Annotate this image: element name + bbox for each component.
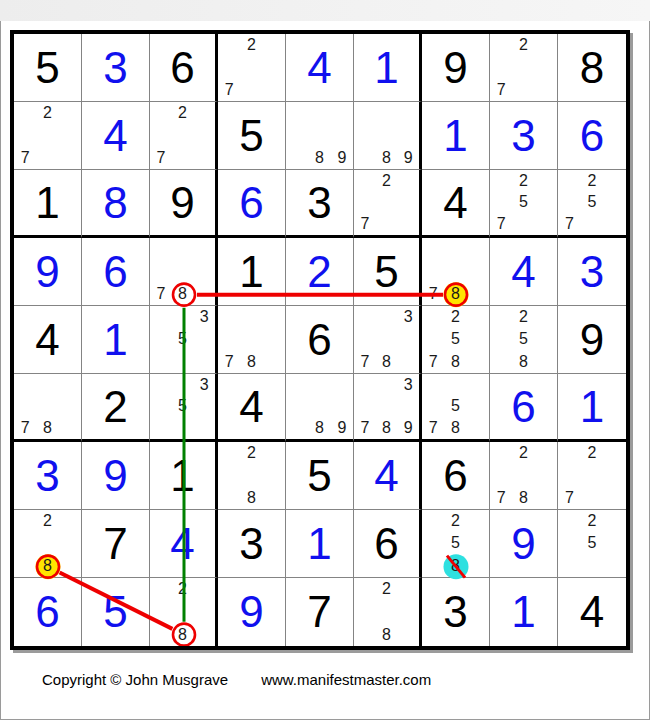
candidate-marks: 27 bbox=[218, 34, 285, 101]
solved-digit: 8 bbox=[82, 170, 149, 235]
candidate-2: 2 bbox=[512, 170, 534, 192]
cell-r5c2[interactable]: 1 bbox=[82, 306, 150, 374]
solved-digit: 1 bbox=[422, 102, 489, 169]
candidate-marks: 28 bbox=[354, 578, 419, 646]
cell-r7c8[interactable]: 278 bbox=[490, 442, 558, 510]
candidate-8: 8 bbox=[376, 147, 398, 169]
candidate-marks: 89 bbox=[354, 102, 419, 169]
cell-r4c6[interactable]: 5 bbox=[354, 238, 422, 306]
cell-r3c3[interactable]: 9 bbox=[150, 170, 218, 238]
candidate-marks: 378 bbox=[354, 306, 419, 373]
candidate-2: 2 bbox=[240, 34, 262, 56]
solved-digit: 4 bbox=[82, 102, 149, 169]
cell-r1c1[interactable]: 5 bbox=[14, 34, 82, 102]
candidate-8: 8 bbox=[376, 417, 398, 439]
candidate-9: 9 bbox=[397, 417, 419, 439]
app-window: 5362741927827427589891361896327425725796… bbox=[0, 0, 650, 720]
candidate-7: 7 bbox=[150, 147, 172, 169]
cell-r4c2[interactable]: 6 bbox=[82, 238, 150, 306]
cell-r2c2[interactable]: 4 bbox=[82, 102, 150, 170]
cell-r2c8[interactable]: 3 bbox=[490, 102, 558, 170]
given-digit: 5 bbox=[354, 238, 419, 305]
cell-r4c8[interactable]: 4 bbox=[490, 238, 558, 306]
solved-digit: 9 bbox=[490, 510, 557, 577]
cell-r1c7[interactable]: 9 bbox=[422, 34, 490, 102]
cell-r5c9[interactable]: 9 bbox=[558, 306, 626, 374]
candidate-9: 9 bbox=[331, 147, 353, 169]
candidate-7: 7 bbox=[14, 417, 36, 439]
cell-r8c5[interactable]: 1 bbox=[286, 510, 354, 578]
cell-r6c2[interactable]: 2 bbox=[82, 374, 150, 442]
given-digit: 3 bbox=[218, 510, 285, 577]
solved-digit: 3 bbox=[82, 34, 149, 101]
cell-r6c4[interactable]: 4 bbox=[218, 374, 286, 442]
cell-r4c9[interactable]: 3 bbox=[558, 238, 626, 306]
given-digit: 6 bbox=[286, 306, 353, 373]
candidate-8: 8 bbox=[308, 417, 330, 439]
cell-r2c1[interactable]: 27 bbox=[14, 102, 82, 170]
candidate-marks: 78 bbox=[14, 374, 81, 439]
candidate-5: 5 bbox=[512, 328, 534, 350]
candidate-7: 7 bbox=[218, 351, 240, 373]
cell-r9c9[interactable]: 4 bbox=[558, 578, 626, 646]
solved-digit: 1 bbox=[286, 510, 353, 577]
solved-digit: 3 bbox=[558, 238, 626, 305]
given-digit: 7 bbox=[286, 578, 353, 646]
solved-digit: 9 bbox=[218, 578, 285, 646]
candidate-7: 7 bbox=[354, 351, 376, 373]
cell-r2c5[interactable]: 89 bbox=[286, 102, 354, 170]
candidate-7: 7 bbox=[490, 79, 512, 101]
given-digit: 1 bbox=[14, 170, 81, 235]
candidate-marks: 78 bbox=[218, 306, 285, 373]
candidate-marks: 578 bbox=[422, 374, 489, 439]
solved-digit: 9 bbox=[82, 442, 149, 509]
cell-r8c2[interactable]: 7 bbox=[82, 510, 150, 578]
candidate-marks: 258 bbox=[422, 510, 489, 577]
candidate-5: 5 bbox=[444, 396, 466, 418]
cell-r8c3[interactable]: 4 bbox=[150, 510, 218, 578]
cell-r1c9[interactable]: 8 bbox=[558, 34, 626, 102]
candidate-marks: 27 bbox=[14, 102, 81, 169]
given-digit: 5 bbox=[286, 442, 353, 509]
cell-r2c6[interactable]: 89 bbox=[354, 102, 422, 170]
solved-digit: 4 bbox=[150, 510, 215, 577]
cell-r6c1[interactable]: 78 bbox=[14, 374, 82, 442]
window-chrome-bar bbox=[0, 0, 650, 21]
candidate-7: 7 bbox=[490, 213, 512, 235]
candidate-marks: 258 bbox=[490, 306, 557, 373]
candidate-7: 7 bbox=[218, 79, 240, 101]
candidate-marks: 28 bbox=[218, 442, 285, 509]
solved-digit: 3 bbox=[14, 442, 81, 509]
candidate-8: 8 bbox=[172, 623, 194, 646]
candidate-8: 8 bbox=[36, 555, 58, 577]
cell-r7c9[interactable]: 27 bbox=[558, 442, 626, 510]
candidate-7: 7 bbox=[422, 283, 444, 305]
solved-digit: 6 bbox=[14, 578, 81, 646]
cell-r9c3[interactable]: 28 bbox=[150, 578, 218, 646]
candidate-marks: 89 bbox=[286, 374, 353, 439]
candidate-marks: 25 bbox=[558, 510, 626, 577]
candidate-marks: 27 bbox=[150, 102, 215, 169]
cell-r5c8[interactable]: 258 bbox=[490, 306, 558, 374]
candidate-marks: 78 bbox=[150, 238, 215, 305]
candidate-2: 2 bbox=[512, 34, 534, 56]
candidate-8: 8 bbox=[444, 417, 466, 439]
candidate-7: 7 bbox=[150, 283, 172, 305]
cell-r7c7[interactable]: 6 bbox=[422, 442, 490, 510]
cell-r3c2[interactable]: 8 bbox=[82, 170, 150, 238]
candidate-2: 2 bbox=[581, 442, 604, 464]
candidate-2: 2 bbox=[376, 578, 398, 601]
cell-r3c1[interactable]: 1 bbox=[14, 170, 82, 238]
candidate-2: 2 bbox=[444, 510, 466, 532]
cell-r1c2[interactable]: 3 bbox=[82, 34, 150, 102]
given-digit: 2 bbox=[82, 374, 149, 439]
cell-r3c6[interactable]: 27 bbox=[354, 170, 422, 238]
candidate-8: 8 bbox=[376, 351, 398, 373]
cell-r1c3[interactable]: 6 bbox=[150, 34, 218, 102]
candidate-7: 7 bbox=[558, 213, 581, 235]
candidate-3: 3 bbox=[193, 374, 215, 396]
sudoku-board: 5362741927827427589891361896327425725796… bbox=[10, 30, 630, 650]
cell-r7c6[interactable]: 4 bbox=[354, 442, 422, 510]
candidate-marks: 3789 bbox=[354, 374, 419, 439]
candidate-7: 7 bbox=[422, 417, 444, 439]
cell-r7c2[interactable]: 9 bbox=[82, 442, 150, 510]
cell-r3c5[interactable]: 3 bbox=[286, 170, 354, 238]
cell-r6c7[interactable]: 578 bbox=[422, 374, 490, 442]
cell-r3c7[interactable]: 4 bbox=[422, 170, 490, 238]
footer: Copyright © John Musgrave www.manifestma… bbox=[42, 671, 431, 688]
cell-r2c9[interactable]: 6 bbox=[558, 102, 626, 170]
footer-copyright: Copyright © John Musgrave bbox=[42, 671, 228, 688]
given-digit: 7 bbox=[82, 510, 149, 577]
candidate-8: 8 bbox=[240, 487, 262, 509]
candidate-5: 5 bbox=[581, 532, 604, 554]
given-digit: 6 bbox=[354, 510, 419, 577]
candidate-3: 3 bbox=[397, 374, 419, 396]
given-digit: 4 bbox=[14, 306, 81, 373]
cell-r9c5[interactable]: 7 bbox=[286, 578, 354, 646]
candidate-8: 8 bbox=[376, 623, 398, 646]
candidate-marks: 89 bbox=[286, 102, 353, 169]
given-digit: 6 bbox=[422, 442, 489, 509]
solved-digit: 1 bbox=[354, 34, 419, 101]
candidate-2: 2 bbox=[36, 510, 58, 532]
candidate-8: 8 bbox=[172, 283, 194, 305]
candidate-marks: 257 bbox=[558, 170, 626, 235]
cell-r9c1[interactable]: 6 bbox=[14, 578, 82, 646]
solved-digit: 6 bbox=[558, 102, 626, 169]
cell-r9c4[interactable]: 9 bbox=[218, 578, 286, 646]
given-digit: 4 bbox=[218, 374, 285, 439]
solved-digit: 4 bbox=[354, 442, 419, 509]
given-digit: 1 bbox=[150, 442, 215, 509]
candidate-8: 8 bbox=[36, 417, 58, 439]
cell-r8c4[interactable]: 3 bbox=[218, 510, 286, 578]
given-digit: 9 bbox=[422, 34, 489, 101]
solved-digit: 6 bbox=[490, 374, 557, 439]
cell-r8c6[interactable]: 6 bbox=[354, 510, 422, 578]
candidate-7: 7 bbox=[558, 487, 581, 509]
candidate-7: 7 bbox=[14, 147, 36, 169]
candidate-marks: 27 bbox=[558, 442, 626, 509]
cell-r5c4[interactable]: 78 bbox=[218, 306, 286, 374]
given-digit: 9 bbox=[150, 170, 215, 235]
cell-r4c3[interactable]: 78 bbox=[150, 238, 218, 306]
solved-digit: 1 bbox=[558, 374, 626, 439]
solved-digit: 3 bbox=[490, 102, 557, 169]
candidate-marks: 2578 bbox=[422, 306, 489, 373]
cell-r7c1[interactable]: 3 bbox=[14, 442, 82, 510]
cell-r9c6[interactable]: 28 bbox=[354, 578, 422, 646]
cell-r1c5[interactable]: 4 bbox=[286, 34, 354, 102]
cell-r4c7[interactable]: 78 bbox=[422, 238, 490, 306]
footer-website: www.manifestmaster.com bbox=[261, 671, 431, 688]
candidate-5: 5 bbox=[172, 396, 194, 418]
candidate-9: 9 bbox=[397, 147, 419, 169]
solved-digit: 9 bbox=[14, 238, 81, 305]
candidate-2: 2 bbox=[36, 102, 58, 124]
given-digit: 4 bbox=[558, 578, 626, 646]
cell-r4c4[interactable]: 1 bbox=[218, 238, 286, 306]
cell-r6c5[interactable]: 89 bbox=[286, 374, 354, 442]
candidate-2: 2 bbox=[172, 578, 194, 601]
solved-digit: 1 bbox=[82, 306, 149, 373]
solved-digit: 4 bbox=[490, 238, 557, 305]
cell-r8c7[interactable]: 258 bbox=[422, 510, 490, 578]
given-digit: 9 bbox=[558, 306, 626, 373]
cell-r6c3[interactable]: 35 bbox=[150, 374, 218, 442]
candidate-5: 5 bbox=[444, 532, 466, 554]
candidate-2: 2 bbox=[376, 170, 398, 192]
cell-r7c4[interactable]: 28 bbox=[218, 442, 286, 510]
given-digit: 3 bbox=[286, 170, 353, 235]
candidate-2: 2 bbox=[512, 306, 534, 328]
candidate-5: 5 bbox=[444, 328, 466, 350]
solved-digit: 6 bbox=[82, 238, 149, 305]
candidate-2: 2 bbox=[172, 102, 194, 124]
given-digit: 5 bbox=[14, 34, 81, 101]
candidate-marks: 35 bbox=[150, 306, 215, 373]
given-digit: 5 bbox=[218, 102, 285, 169]
solved-digit: 2 bbox=[286, 238, 353, 305]
sudoku-grid: 5362741927827427589891361896327425725796… bbox=[14, 34, 626, 646]
candidate-marks: 257 bbox=[490, 170, 557, 235]
cell-r9c2[interactable]: 5 bbox=[82, 578, 150, 646]
cell-r2c3[interactable]: 27 bbox=[150, 102, 218, 170]
candidate-2: 2 bbox=[581, 170, 604, 192]
cell-r3c4[interactable]: 6 bbox=[218, 170, 286, 238]
given-digit: 3 bbox=[422, 578, 489, 646]
cell-r3c9[interactable]: 257 bbox=[558, 170, 626, 238]
candidate-3: 3 bbox=[193, 306, 215, 328]
cell-r5c5[interactable]: 6 bbox=[286, 306, 354, 374]
candidate-7: 7 bbox=[354, 213, 376, 235]
cell-r1c4[interactable]: 27 bbox=[218, 34, 286, 102]
solved-digit: 1 bbox=[490, 578, 557, 646]
candidate-7: 7 bbox=[490, 487, 512, 509]
candidate-marks: 78 bbox=[422, 238, 489, 305]
candidate-3: 3 bbox=[397, 306, 419, 328]
candidate-marks: 28 bbox=[150, 578, 215, 646]
cell-r6c9[interactable]: 1 bbox=[558, 374, 626, 442]
candidate-9: 9 bbox=[331, 417, 353, 439]
candidate-8: 8 bbox=[444, 283, 466, 305]
candidate-marks: 27 bbox=[354, 170, 419, 235]
cell-r8c1[interactable]: 28 bbox=[14, 510, 82, 578]
cell-r9c8[interactable]: 1 bbox=[490, 578, 558, 646]
candidate-2: 2 bbox=[512, 442, 534, 464]
candidate-5: 5 bbox=[512, 192, 534, 214]
cell-r7c5[interactable]: 5 bbox=[286, 442, 354, 510]
candidate-2: 2 bbox=[444, 306, 466, 328]
cell-r5c1[interactable]: 4 bbox=[14, 306, 82, 374]
solved-digit: 5 bbox=[82, 578, 149, 646]
candidate-marks: 28 bbox=[14, 510, 81, 577]
candidate-8: 8 bbox=[240, 351, 262, 373]
candidate-5: 5 bbox=[581, 192, 604, 214]
candidate-7: 7 bbox=[422, 351, 444, 373]
candidate-8: 8 bbox=[512, 487, 534, 509]
cell-r8c9[interactable]: 25 bbox=[558, 510, 626, 578]
given-digit: 8 bbox=[558, 34, 626, 101]
given-digit: 6 bbox=[150, 34, 215, 101]
candidate-8: 8 bbox=[512, 351, 534, 373]
cell-r8c8[interactable]: 9 bbox=[490, 510, 558, 578]
candidate-8: 8 bbox=[444, 351, 466, 373]
cell-r5c3[interactable]: 35 bbox=[150, 306, 218, 374]
given-digit: 1 bbox=[218, 238, 285, 305]
cell-r1c8[interactable]: 27 bbox=[490, 34, 558, 102]
cell-r7c3[interactable]: 1 bbox=[150, 442, 218, 510]
cell-r2c4[interactable]: 5 bbox=[218, 102, 286, 170]
cell-r4c5[interactable]: 2 bbox=[286, 238, 354, 306]
given-digit: 4 bbox=[422, 170, 489, 235]
candidate-7: 7 bbox=[354, 417, 376, 439]
candidate-marks: 35 bbox=[150, 374, 215, 439]
solved-digit: 6 bbox=[218, 170, 285, 235]
cell-r2c7[interactable]: 1 bbox=[422, 102, 490, 170]
cell-r5c7[interactable]: 2578 bbox=[422, 306, 490, 374]
candidate-8: 8 bbox=[444, 555, 466, 577]
cell-r5c6[interactable]: 378 bbox=[354, 306, 422, 374]
cell-r3c8[interactable]: 257 bbox=[490, 170, 558, 238]
candidate-5: 5 bbox=[172, 328, 194, 350]
candidate-2: 2 bbox=[240, 442, 262, 464]
cell-r6c8[interactable]: 6 bbox=[490, 374, 558, 442]
candidate-marks: 278 bbox=[490, 442, 557, 509]
cell-r1c6[interactable]: 1 bbox=[354, 34, 422, 102]
cell-r6c6[interactable]: 3789 bbox=[354, 374, 422, 442]
solved-digit: 4 bbox=[286, 34, 353, 101]
cell-r4c1[interactable]: 9 bbox=[14, 238, 82, 306]
candidate-8: 8 bbox=[308, 147, 330, 169]
candidate-2: 2 bbox=[581, 510, 604, 532]
candidate-marks: 27 bbox=[490, 34, 557, 101]
cell-r9c7[interactable]: 3 bbox=[422, 578, 490, 646]
